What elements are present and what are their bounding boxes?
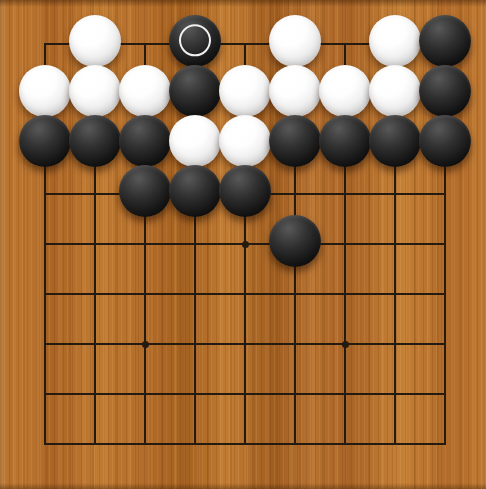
intersection-r9-c2[interactable] xyxy=(70,419,120,469)
intersection-r7-c7[interactable] xyxy=(320,319,370,369)
intersection-r4-c2[interactable] xyxy=(70,169,120,219)
black-stone xyxy=(119,165,171,217)
intersection-r1-c7[interactable] xyxy=(320,19,370,69)
black-stone xyxy=(169,165,221,217)
black-stone xyxy=(419,65,471,117)
intersection-r1-c4[interactable] xyxy=(170,19,220,69)
intersection-r5-c9[interactable] xyxy=(420,219,470,269)
black-stone xyxy=(419,15,471,67)
board-intersections xyxy=(20,19,470,469)
white-stone xyxy=(319,65,371,117)
intersection-r1-c5[interactable] xyxy=(220,19,270,69)
go-board[interactable] xyxy=(0,0,486,489)
intersection-r8-c9[interactable] xyxy=(420,369,470,419)
intersection-r5-c1[interactable] xyxy=(20,219,70,269)
intersection-r6-c3[interactable] xyxy=(120,269,170,319)
white-stone xyxy=(369,65,421,117)
white-stone xyxy=(269,65,321,117)
intersection-r7-c2[interactable] xyxy=(70,319,120,369)
black-stone xyxy=(369,115,421,167)
intersection-r8-c7[interactable] xyxy=(320,369,370,419)
white-stone xyxy=(219,65,271,117)
intersection-r8-c2[interactable] xyxy=(70,369,120,419)
intersection-r6-c5[interactable] xyxy=(220,269,270,319)
intersection-r9-c1[interactable] xyxy=(20,419,70,469)
white-stone xyxy=(369,15,421,67)
last-move-circle-marker xyxy=(179,24,211,56)
intersection-r6-c2[interactable] xyxy=(70,269,120,319)
intersection-r6-c4[interactable] xyxy=(170,269,220,319)
intersection-r1-c1[interactable] xyxy=(20,19,70,69)
intersection-r5-c3[interactable] xyxy=(120,219,170,269)
black-stone xyxy=(69,115,121,167)
intersection-r3-c8[interactable] xyxy=(370,119,420,169)
intersection-r4-c3[interactable] xyxy=(120,169,170,219)
intersection-r6-c1[interactable] xyxy=(20,269,70,319)
intersection-r3-c2[interactable] xyxy=(70,119,120,169)
intersection-r7-c3[interactable] xyxy=(120,319,170,369)
intersection-r8-c6[interactable] xyxy=(270,369,320,419)
intersection-r2-c5[interactable] xyxy=(220,69,270,119)
intersection-r8-c5[interactable] xyxy=(220,369,270,419)
intersection-r5-c7[interactable] xyxy=(320,219,370,269)
intersection-r6-c7[interactable] xyxy=(320,269,370,319)
black-stone xyxy=(219,165,271,217)
intersection-r2-c2[interactable] xyxy=(70,69,120,119)
intersection-r7-c5[interactable] xyxy=(220,319,270,369)
intersection-r4-c7[interactable] xyxy=(320,169,370,219)
intersection-r2-c4[interactable] xyxy=(170,69,220,119)
white-stone xyxy=(69,15,121,67)
black-stone xyxy=(169,15,221,67)
intersection-r6-c9[interactable] xyxy=(420,269,470,319)
intersection-r3-c6[interactable] xyxy=(270,119,320,169)
intersection-r7-c8[interactable] xyxy=(370,319,420,369)
intersection-r8-c3[interactable] xyxy=(120,369,170,419)
intersection-r2-c9[interactable] xyxy=(420,69,470,119)
black-stone xyxy=(419,115,471,167)
intersection-r8-c4[interactable] xyxy=(170,369,220,419)
intersection-r2-c8[interactable] xyxy=(370,69,420,119)
intersection-r5-c6[interactable] xyxy=(270,219,320,269)
intersection-r1-c8[interactable] xyxy=(370,19,420,69)
intersection-r4-c8[interactable] xyxy=(370,169,420,219)
intersection-r3-c4[interactable] xyxy=(170,119,220,169)
intersection-r9-c5[interactable] xyxy=(220,419,270,469)
black-stone xyxy=(319,115,371,167)
intersection-r1-c3[interactable] xyxy=(120,19,170,69)
intersection-r4-c6[interactable] xyxy=(270,169,320,219)
intersection-r2-c7[interactable] xyxy=(320,69,370,119)
black-stone xyxy=(19,115,71,167)
black-stone xyxy=(169,65,221,117)
intersection-r9-c3[interactable] xyxy=(120,419,170,469)
intersection-r7-c4[interactable] xyxy=(170,319,220,369)
intersection-r2-c1[interactable] xyxy=(20,69,70,119)
intersection-r4-c9[interactable] xyxy=(420,169,470,219)
white-stone xyxy=(269,15,321,67)
intersection-r2-c6[interactable] xyxy=(270,69,320,119)
white-stone xyxy=(69,65,121,117)
intersection-r5-c5[interactable] xyxy=(220,219,270,269)
intersection-r8-c8[interactable] xyxy=(370,369,420,419)
intersection-r3-c5[interactable] xyxy=(220,119,270,169)
black-stone xyxy=(119,115,171,167)
intersection-r5-c8[interactable] xyxy=(370,219,420,269)
intersection-r9-c6[interactable] xyxy=(270,419,320,469)
intersection-r3-c9[interactable] xyxy=(420,119,470,169)
intersection-r6-c8[interactable] xyxy=(370,269,420,319)
intersection-r3-c3[interactable] xyxy=(120,119,170,169)
white-stone xyxy=(219,115,271,167)
intersection-r1-c9[interactable] xyxy=(420,19,470,69)
intersection-r9-c9[interactable] xyxy=(420,419,470,469)
intersection-r6-c6[interactable] xyxy=(270,269,320,319)
intersection-r4-c4[interactable] xyxy=(170,169,220,219)
intersection-r1-c6[interactable] xyxy=(270,19,320,69)
intersection-r7-c9[interactable] xyxy=(420,319,470,369)
intersection-r7-c6[interactable] xyxy=(270,319,320,369)
intersection-r5-c4[interactable] xyxy=(170,219,220,269)
black-stone xyxy=(269,215,321,267)
intersection-r4-c5[interactable] xyxy=(220,169,270,219)
intersection-r9-c4[interactable] xyxy=(170,419,220,469)
intersection-r3-c7[interactable] xyxy=(320,119,370,169)
black-stone xyxy=(269,115,321,167)
intersection-r7-c1[interactable] xyxy=(20,319,70,369)
intersection-r2-c3[interactable] xyxy=(120,69,170,119)
intersection-r9-c7[interactable] xyxy=(320,419,370,469)
intersection-r8-c1[interactable] xyxy=(20,369,70,419)
intersection-r5-c2[interactable] xyxy=(70,219,120,269)
intersection-r1-c2[interactable] xyxy=(70,19,120,69)
intersection-r3-c1[interactable] xyxy=(20,119,70,169)
white-stone xyxy=(169,115,221,167)
white-stone xyxy=(119,65,171,117)
intersection-r9-c8[interactable] xyxy=(370,419,420,469)
intersection-r4-c1[interactable] xyxy=(20,169,70,219)
white-stone xyxy=(19,65,71,117)
